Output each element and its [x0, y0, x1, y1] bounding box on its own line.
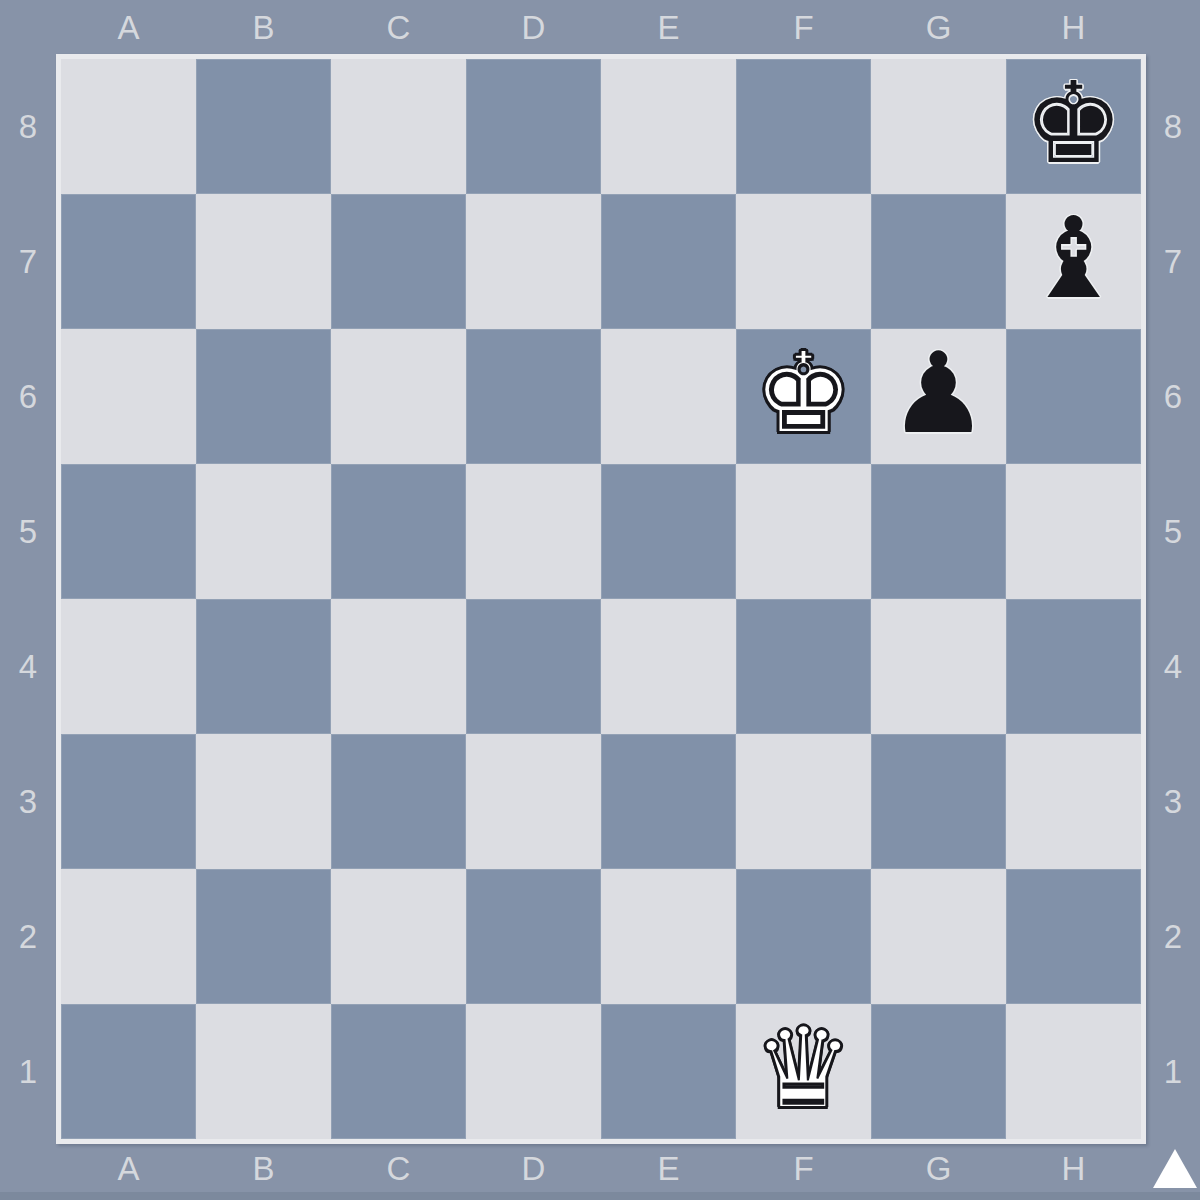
- square-a8[interactable]: [61, 59, 196, 194]
- rank-label-left-1: 1: [0, 1004, 56, 1139]
- square-f4[interactable]: [736, 599, 871, 734]
- rank-labels-right: 87654321: [1146, 59, 1200, 1139]
- file-label-bottom-e: E: [601, 1144, 736, 1194]
- square-d4[interactable]: [466, 599, 601, 734]
- file-label-top-b: B: [196, 0, 331, 55]
- square-c1[interactable]: [331, 1004, 466, 1139]
- square-b6[interactable]: [196, 329, 331, 464]
- square-h8[interactable]: ♚: [1006, 59, 1141, 194]
- piece-black-king-h8[interactable]: ♚: [1023, 67, 1123, 179]
- square-h7[interactable]: ♝: [1006, 194, 1141, 329]
- square-c6[interactable]: [331, 329, 466, 464]
- square-a5[interactable]: [61, 464, 196, 599]
- square-a1[interactable]: [61, 1004, 196, 1139]
- square-b7[interactable]: [196, 194, 331, 329]
- file-labels-bottom: ABCDEFGH: [61, 1144, 1141, 1194]
- square-e8[interactable]: [601, 59, 736, 194]
- square-f3[interactable]: [736, 734, 871, 869]
- square-a7[interactable]: [61, 194, 196, 329]
- chess-board-frame: ♚♝♚♟♛: [56, 54, 1146, 1144]
- square-a4[interactable]: [61, 599, 196, 734]
- square-e2[interactable]: [601, 869, 736, 1004]
- rank-label-right-7: 7: [1146, 194, 1200, 329]
- rank-label-left-6: 6: [0, 329, 56, 464]
- rank-label-right-1: 1: [1146, 1004, 1200, 1139]
- rank-label-left-3: 3: [0, 734, 56, 869]
- file-label-top-c: C: [331, 0, 466, 55]
- square-g6[interactable]: ♟: [871, 329, 1006, 464]
- square-g7[interactable]: [871, 194, 1006, 329]
- piece-white-queen-f1[interactable]: ♛: [753, 1012, 853, 1124]
- square-a2[interactable]: [61, 869, 196, 1004]
- square-b1[interactable]: [196, 1004, 331, 1139]
- rank-label-right-8: 8: [1146, 59, 1200, 194]
- white-to-move-triangle-icon: [1153, 1149, 1197, 1188]
- piece-black-pawn-g6[interactable]: ♟: [888, 337, 988, 449]
- square-c3[interactable]: [331, 734, 466, 869]
- file-label-bottom-d: D: [466, 1144, 601, 1194]
- square-b3[interactable]: [196, 734, 331, 869]
- square-h6[interactable]: [1006, 329, 1141, 464]
- square-d2[interactable]: [466, 869, 601, 1004]
- square-c2[interactable]: [331, 869, 466, 1004]
- file-label-bottom-g: G: [871, 1144, 1006, 1194]
- square-g8[interactable]: [871, 59, 1006, 194]
- file-label-bottom-b: B: [196, 1144, 331, 1194]
- square-d1[interactable]: [466, 1004, 601, 1139]
- square-a3[interactable]: [61, 734, 196, 869]
- square-h2[interactable]: [1006, 869, 1141, 1004]
- square-d8[interactable]: [466, 59, 601, 194]
- bottom-edge-strip: [0, 1192, 1200, 1200]
- square-g2[interactable]: [871, 869, 1006, 1004]
- file-label-bottom-c: C: [331, 1144, 466, 1194]
- square-b5[interactable]: [196, 464, 331, 599]
- rank-label-left-8: 8: [0, 59, 56, 194]
- square-g4[interactable]: [871, 599, 1006, 734]
- file-label-top-g: G: [871, 0, 1006, 55]
- square-d3[interactable]: [466, 734, 601, 869]
- piece-black-bishop-h7[interactable]: ♝: [1023, 202, 1123, 314]
- square-b4[interactable]: [196, 599, 331, 734]
- rank-label-right-5: 5: [1146, 464, 1200, 599]
- square-c5[interactable]: [331, 464, 466, 599]
- square-e4[interactable]: [601, 599, 736, 734]
- rank-label-left-5: 5: [0, 464, 56, 599]
- file-label-top-e: E: [601, 0, 736, 55]
- square-c4[interactable]: [331, 599, 466, 734]
- square-d7[interactable]: [466, 194, 601, 329]
- file-label-bottom-f: F: [736, 1144, 871, 1194]
- file-label-top-f: F: [736, 0, 871, 55]
- square-c8[interactable]: [331, 59, 466, 194]
- square-f8[interactable]: [736, 59, 871, 194]
- rank-label-right-3: 3: [1146, 734, 1200, 869]
- chess-board: ♚♝♚♟♛: [61, 59, 1141, 1139]
- file-label-top-a: A: [61, 0, 196, 55]
- file-label-top-d: D: [466, 0, 601, 55]
- square-g5[interactable]: [871, 464, 1006, 599]
- square-h4[interactable]: [1006, 599, 1141, 734]
- square-h3[interactable]: [1006, 734, 1141, 869]
- rank-label-left-7: 7: [0, 194, 56, 329]
- square-c7[interactable]: [331, 194, 466, 329]
- square-e3[interactable]: [601, 734, 736, 869]
- square-h1[interactable]: [1006, 1004, 1141, 1139]
- square-f2[interactable]: [736, 869, 871, 1004]
- file-label-bottom-a: A: [61, 1144, 196, 1194]
- square-a6[interactable]: [61, 329, 196, 464]
- rank-labels-left: 87654321: [0, 59, 56, 1139]
- square-g1[interactable]: [871, 1004, 1006, 1139]
- square-b8[interactable]: [196, 59, 331, 194]
- rank-label-left-4: 4: [0, 599, 56, 734]
- square-h5[interactable]: [1006, 464, 1141, 599]
- piece-white-king-f6[interactable]: ♚: [753, 337, 853, 449]
- square-f6[interactable]: ♚: [736, 329, 871, 464]
- rank-label-right-4: 4: [1146, 599, 1200, 734]
- square-f1[interactable]: ♛: [736, 1004, 871, 1139]
- rank-label-left-2: 2: [0, 869, 56, 1004]
- square-e7[interactable]: [601, 194, 736, 329]
- square-d5[interactable]: [466, 464, 601, 599]
- rank-label-right-6: 6: [1146, 329, 1200, 464]
- square-d6[interactable]: [466, 329, 601, 464]
- square-e1[interactable]: [601, 1004, 736, 1139]
- square-f5[interactable]: [736, 464, 871, 599]
- square-e6[interactable]: [601, 329, 736, 464]
- file-label-top-h: H: [1006, 0, 1141, 55]
- file-labels-top: ABCDEFGH: [61, 0, 1141, 55]
- square-g3[interactable]: [871, 734, 1006, 869]
- rank-label-right-2: 2: [1146, 869, 1200, 1004]
- square-e5[interactable]: [601, 464, 736, 599]
- file-label-bottom-h: H: [1006, 1144, 1141, 1194]
- square-f7[interactable]: [736, 194, 871, 329]
- square-b2[interactable]: [196, 869, 331, 1004]
